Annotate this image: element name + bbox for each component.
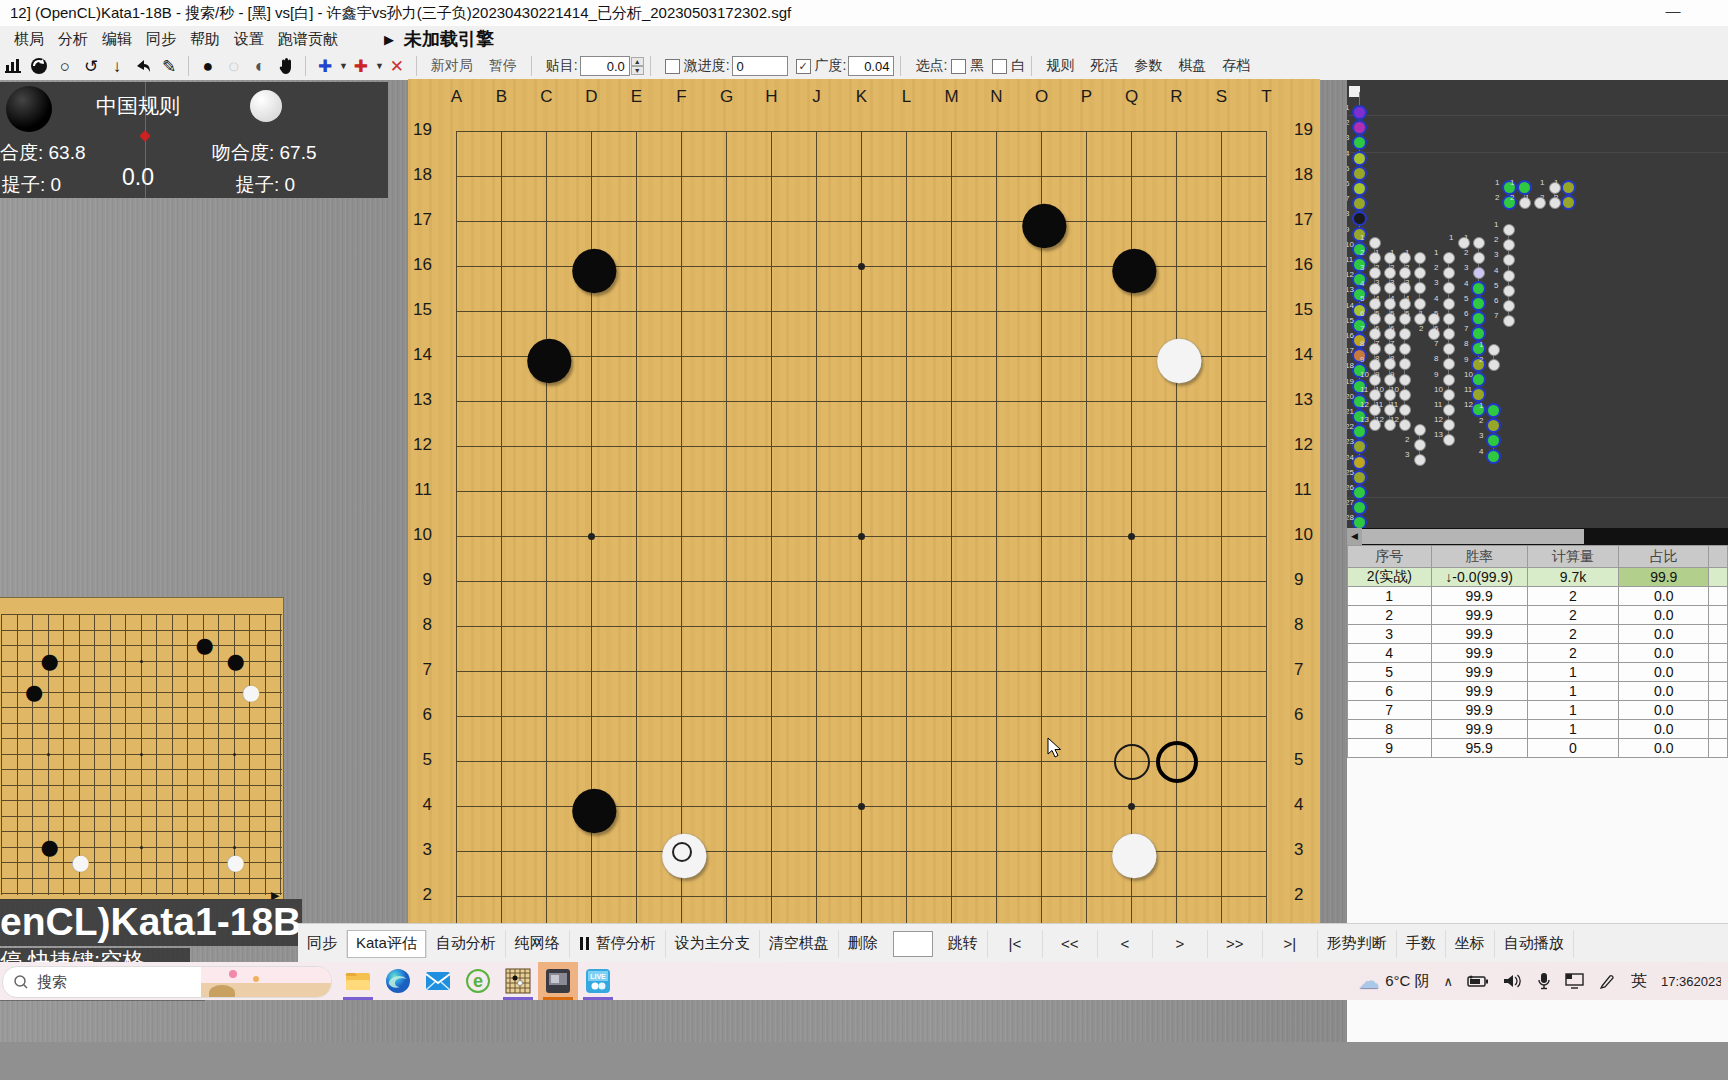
board-point[interactable] <box>839 244 884 289</box>
board-point[interactable] <box>524 289 569 334</box>
board-point[interactable] <box>72 793 88 809</box>
board-point[interactable] <box>974 694 1019 739</box>
board-point[interactable] <box>1064 379 1109 424</box>
board-point[interactable] <box>479 424 524 469</box>
board-point[interactable] <box>1199 469 1244 514</box>
board-point[interactable] <box>87 809 103 825</box>
aggressiveness-checkbox[interactable] <box>665 59 680 74</box>
board-point[interactable] <box>704 694 749 739</box>
tree-node[interactable] <box>1488 344 1500 356</box>
board-point[interactable] <box>659 379 704 424</box>
board-point[interactable] <box>1019 424 1064 469</box>
board-point[interactable] <box>273 716 284 732</box>
board-point[interactable] <box>1199 514 1244 559</box>
board-point[interactable] <box>134 778 150 794</box>
board-point[interactable] <box>242 716 258 732</box>
board-point[interactable] <box>41 731 57 747</box>
tree-node[interactable] <box>1488 420 1499 431</box>
board-point[interactable] <box>794 694 839 739</box>
board-point[interactable] <box>1244 784 1289 829</box>
battery-icon[interactable] <box>1467 975 1489 987</box>
board-point[interactable] <box>227 762 243 778</box>
table-header-cell[interactable]: 占比 <box>1619 546 1709 568</box>
board-point[interactable] <box>87 824 103 840</box>
board-point[interactable] <box>1199 559 1244 604</box>
board-point[interactable] <box>242 762 258 778</box>
board-point[interactable] <box>1244 514 1289 559</box>
board-point[interactable] <box>134 685 150 701</box>
taskbar-search[interactable]: 搜索 <box>2 966 332 998</box>
board-point[interactable] <box>242 793 258 809</box>
board-point[interactable] <box>929 694 974 739</box>
board-point[interactable] <box>1154 199 1199 244</box>
board-point[interactable] <box>258 840 274 856</box>
tree-node[interactable] <box>1473 298 1484 309</box>
board-point[interactable] <box>180 685 196 701</box>
board-point[interactable] <box>884 874 929 919</box>
clock[interactable]: 17:36 2023-05- <box>1661 974 1721 989</box>
forward-10-button[interactable]: >> <box>1208 930 1263 958</box>
board-point[interactable] <box>1154 379 1199 424</box>
board-point[interactable] <box>839 694 884 739</box>
board-point[interactable] <box>614 424 659 469</box>
board-point[interactable] <box>1244 829 1289 874</box>
capture-app-icon[interactable] <box>538 962 578 1000</box>
board-point[interactable] <box>165 731 181 747</box>
tree-node[interactable] <box>1443 313 1455 325</box>
board-point[interactable] <box>704 559 749 604</box>
board-point[interactable] <box>1154 559 1199 604</box>
board-point[interactable] <box>614 514 659 559</box>
board-point[interactable] <box>524 514 569 559</box>
set-main-branch-button[interactable]: 设为主分支 <box>666 930 760 958</box>
tray-expand-icon[interactable]: ∧ <box>1443 974 1453 989</box>
board-point[interactable] <box>25 840 41 856</box>
board-point[interactable] <box>211 793 227 809</box>
board-point[interactable] <box>196 747 212 763</box>
tree-node[interactable] <box>1503 239 1515 251</box>
table-header-cell[interactable] <box>1709 546 1728 568</box>
board-point[interactable] <box>196 669 212 685</box>
board-point[interactable] <box>884 334 929 379</box>
board-point[interactable] <box>434 514 479 559</box>
blue-cross-tool-icon[interactable]: ✚ <box>313 55 337 77</box>
tree-node[interactable] <box>1354 198 1365 209</box>
board-point[interactable] <box>1019 154 1064 199</box>
pencil-icon[interactable]: ✎ <box>157 55 181 77</box>
forward-button[interactable]: > <box>1153 930 1208 958</box>
board-point[interactable] <box>614 739 659 784</box>
board-point[interactable] <box>884 829 929 874</box>
board-point[interactable] <box>929 289 974 334</box>
board-point[interactable] <box>10 654 26 670</box>
board-point[interactable] <box>25 716 41 732</box>
board-point[interactable] <box>749 739 794 784</box>
board-point[interactable] <box>794 829 839 874</box>
board-point[interactable] <box>10 840 26 856</box>
tree-node[interactable] <box>1414 424 1426 436</box>
tree-node[interactable] <box>1354 213 1365 224</box>
board-point[interactable] <box>749 334 794 379</box>
board-point[interactable] <box>839 109 884 154</box>
board-point[interactable] <box>839 469 884 514</box>
tree-node[interactable] <box>1519 182 1530 193</box>
board-point[interactable] <box>749 469 794 514</box>
tree-node[interactable] <box>1399 404 1411 416</box>
tree-node[interactable] <box>1354 107 1365 118</box>
tree-node[interactable] <box>1399 389 1411 401</box>
board-point[interactable] <box>25 762 41 778</box>
delete-button[interactable]: 删除 <box>839 930 887 958</box>
board-point[interactable] <box>1019 244 1064 289</box>
board-point[interactable] <box>196 871 212 887</box>
board-point[interactable] <box>1109 379 1154 424</box>
board-point[interactable] <box>524 199 569 244</box>
board-point[interactable] <box>118 778 134 794</box>
board-point[interactable] <box>87 731 103 747</box>
board-point[interactable] <box>103 840 119 856</box>
board-point[interactable] <box>749 649 794 694</box>
board-point[interactable] <box>211 886 227 900</box>
board-point[interactable] <box>72 638 88 654</box>
board-point[interactable] <box>273 855 284 871</box>
board-point[interactable] <box>10 716 26 732</box>
board-point[interactable] <box>1154 109 1199 154</box>
board-point[interactable] <box>569 199 614 244</box>
board-point[interactable] <box>165 700 181 716</box>
board-point[interactable] <box>479 874 524 919</box>
board-point[interactable] <box>72 762 88 778</box>
board-point[interactable] <box>1154 874 1199 919</box>
board-point[interactable] <box>1019 694 1064 739</box>
board-point[interactable] <box>569 739 614 784</box>
menu-item-help[interactable]: 帮助 <box>190 30 220 49</box>
tree-node[interactable] <box>1443 358 1455 370</box>
board-point[interactable] <box>569 514 614 559</box>
play-icon[interactable]: ▶ <box>384 32 394 47</box>
board-point[interactable] <box>1244 334 1289 379</box>
board-point[interactable] <box>134 886 150 900</box>
board-point[interactable] <box>103 747 119 763</box>
board-point[interactable] <box>211 778 227 794</box>
board-point[interactable] <box>569 829 614 874</box>
board-point[interactable] <box>524 739 569 784</box>
board-point[interactable] <box>134 840 150 856</box>
board-point[interactable] <box>1154 829 1199 874</box>
board-point[interactable] <box>659 424 704 469</box>
board-point[interactable] <box>1109 424 1154 469</box>
undo-icon[interactable] <box>131 55 155 77</box>
board-point[interactable] <box>72 886 88 900</box>
board-point[interactable] <box>273 654 284 670</box>
board-point[interactable] <box>479 109 524 154</box>
board-point[interactable] <box>839 424 884 469</box>
board-point[interactable] <box>180 778 196 794</box>
board-point[interactable] <box>929 874 974 919</box>
board-point[interactable] <box>227 623 243 639</box>
red-cross-tool-icon[interactable]: ✚ <box>349 55 373 77</box>
board-point[interactable] <box>434 874 479 919</box>
board-point[interactable] <box>704 829 749 874</box>
board-point[interactable] <box>1154 514 1199 559</box>
board-point[interactable] <box>211 824 227 840</box>
board-point[interactable] <box>103 669 119 685</box>
board-point[interactable] <box>134 716 150 732</box>
board-point[interactable] <box>884 784 929 829</box>
board-point[interactable] <box>929 424 974 469</box>
board-point[interactable] <box>884 694 929 739</box>
board-point[interactable] <box>211 685 227 701</box>
board-point[interactable] <box>1244 604 1289 649</box>
board-point[interactable] <box>1154 694 1199 739</box>
board-point[interactable] <box>569 424 614 469</box>
board-point[interactable] <box>434 424 479 469</box>
board-point[interactable] <box>884 739 929 784</box>
tree-node[interactable] <box>1399 358 1411 370</box>
board-point[interactable] <box>479 514 524 559</box>
board-point[interactable] <box>1109 199 1154 244</box>
auto-play-button[interactable]: 自动播放 <box>1495 930 1574 958</box>
board-point[interactable] <box>614 334 659 379</box>
board-point[interactable] <box>1199 334 1244 379</box>
board-point[interactable] <box>1109 829 1154 874</box>
board-point[interactable] <box>165 793 181 809</box>
rotate-board-icon[interactable] <box>27 55 51 77</box>
board-point[interactable] <box>1199 604 1244 649</box>
board-point[interactable] <box>103 731 119 747</box>
tree-node[interactable] <box>1443 434 1455 446</box>
hand-tool-icon[interactable] <box>274 55 298 77</box>
edge-browser-icon[interactable] <box>378 962 418 1000</box>
tree-node[interactable] <box>1414 454 1426 466</box>
board-point[interactable] <box>258 809 274 825</box>
tree-node[interactable] <box>1354 122 1365 133</box>
table-header-cell[interactable]: 计算量 <box>1527 546 1618 568</box>
board-point[interactable] <box>134 747 150 763</box>
board-point[interactable] <box>704 199 749 244</box>
board-point[interactable] <box>273 793 284 809</box>
board-point[interactable] <box>41 793 57 809</box>
board-point[interactable] <box>180 623 196 639</box>
board-point[interactable] <box>227 747 243 763</box>
board-point[interactable] <box>149 762 165 778</box>
board-point[interactable] <box>884 154 929 199</box>
board-point[interactable] <box>1154 289 1199 334</box>
board-point[interactable] <box>569 109 614 154</box>
board-point[interactable] <box>434 739 479 784</box>
tree-node[interactable] <box>1443 389 1455 401</box>
board-point[interactable] <box>149 700 165 716</box>
board-point[interactable] <box>1019 514 1064 559</box>
board-point[interactable] <box>227 731 243 747</box>
board-point[interactable] <box>1064 289 1109 334</box>
board-point[interactable] <box>569 379 614 424</box>
board-point[interactable] <box>704 784 749 829</box>
board-point[interactable] <box>659 559 704 604</box>
board-point[interactable] <box>929 334 974 379</box>
board-point[interactable] <box>87 778 103 794</box>
menu-item-analysis[interactable]: 分析 <box>58 30 88 49</box>
board-point[interactable] <box>794 199 839 244</box>
board-point[interactable] <box>1154 784 1199 829</box>
board-point[interactable] <box>25 793 41 809</box>
board-point[interactable] <box>479 829 524 874</box>
board-point[interactable] <box>524 379 569 424</box>
board-point[interactable] <box>794 874 839 919</box>
board-point[interactable] <box>614 469 659 514</box>
board-point[interactable] <box>118 669 134 685</box>
board-point[interactable] <box>524 829 569 874</box>
board-point[interactable] <box>1244 289 1289 334</box>
board-point[interactable] <box>434 154 479 199</box>
board-point[interactable] <box>242 778 258 794</box>
jump-button[interactable]: 跳转 <box>939 930 988 958</box>
board-point[interactable] <box>72 607 88 623</box>
board-point[interactable] <box>273 871 284 887</box>
board-point[interactable] <box>165 855 181 871</box>
board-point[interactable] <box>974 784 1019 829</box>
board-point[interactable] <box>25 778 41 794</box>
board-point[interactable] <box>794 739 839 784</box>
board-point[interactable] <box>929 154 974 199</box>
board-point[interactable] <box>56 685 72 701</box>
board-point[interactable] <box>0 886 10 900</box>
board-point[interactable] <box>118 886 134 900</box>
board-point[interactable] <box>103 871 119 887</box>
board-point[interactable] <box>1019 874 1064 919</box>
board-point[interactable] <box>258 638 274 654</box>
board-point[interactable] <box>41 716 57 732</box>
board-point[interactable] <box>974 424 1019 469</box>
board-point[interactable] <box>0 824 10 840</box>
board-point[interactable] <box>118 809 134 825</box>
board-point[interactable] <box>134 824 150 840</box>
board-point[interactable] <box>1064 784 1109 829</box>
board-point[interactable] <box>434 829 479 874</box>
board-point[interactable] <box>1109 649 1154 694</box>
board-point[interactable] <box>180 886 196 900</box>
board-point[interactable] <box>839 199 884 244</box>
table-header-cell[interactable]: 胜率 <box>1431 546 1527 568</box>
life-death-button[interactable]: 死活 <box>1090 57 1118 75</box>
tree-node[interactable] <box>1473 328 1484 339</box>
board-point[interactable] <box>227 886 243 900</box>
board-point[interactable] <box>794 109 839 154</box>
board-point[interactable] <box>41 778 57 794</box>
board-point[interactable] <box>1064 244 1109 289</box>
board-point[interactable] <box>273 824 284 840</box>
board-point[interactable] <box>704 604 749 649</box>
board-point[interactable] <box>1019 559 1064 604</box>
board-point[interactable] <box>929 784 974 829</box>
tree-node[interactable] <box>1354 183 1365 194</box>
board-point[interactable] <box>1199 199 1244 244</box>
board-point[interactable] <box>56 793 72 809</box>
board-point[interactable] <box>929 649 974 694</box>
go-board-app-icon[interactable] <box>498 962 538 1000</box>
board-point[interactable] <box>1154 469 1199 514</box>
board-point[interactable] <box>180 669 196 685</box>
archive-button[interactable]: 存档 <box>1222 57 1250 75</box>
board-point[interactable] <box>974 604 1019 649</box>
breadth-checkbox[interactable]: ✓ <box>796 59 811 74</box>
board-point[interactable] <box>196 700 212 716</box>
board-point[interactable] <box>180 809 196 825</box>
board-point[interactable] <box>242 731 258 747</box>
delete-mark-icon[interactable]: ✕ <box>385 55 409 77</box>
board-point[interactable] <box>704 739 749 784</box>
board-point[interactable] <box>180 731 196 747</box>
tree-node[interactable] <box>1443 343 1455 355</box>
board-point[interactable] <box>41 871 57 887</box>
tree-node[interactable] <box>1354 457 1365 468</box>
board-point[interactable] <box>273 685 284 701</box>
board-point[interactable] <box>242 623 258 639</box>
tree-node[interactable] <box>1473 374 1484 385</box>
board-point[interactable] <box>10 623 26 639</box>
candidate-row[interactable]: 995.900.0 <box>1348 739 1728 758</box>
board-point[interactable] <box>569 469 614 514</box>
board-point[interactable] <box>1244 649 1289 694</box>
board-point[interactable] <box>180 793 196 809</box>
board-point[interactable] <box>149 886 165 900</box>
board-point[interactable] <box>258 607 274 623</box>
board-point[interactable] <box>211 731 227 747</box>
tree-node[interactable] <box>1354 426 1365 437</box>
menu-item-game[interactable]: 棋局 <box>14 30 44 49</box>
board-point[interactable] <box>41 607 57 623</box>
board-point[interactable] <box>118 793 134 809</box>
board-point[interactable] <box>524 469 569 514</box>
board-point[interactable] <box>87 623 103 639</box>
board-point[interactable] <box>134 855 150 871</box>
board-point[interactable] <box>180 824 196 840</box>
board-point[interactable] <box>258 855 274 871</box>
board-point[interactable] <box>974 334 1019 379</box>
board-point[interactable] <box>180 716 196 732</box>
board-point[interactable] <box>1199 244 1244 289</box>
breadth-input[interactable]: 0.04 <box>848 56 894 76</box>
board-button[interactable]: 棋盘 <box>1178 57 1206 75</box>
board-point[interactable] <box>103 623 119 639</box>
board-point[interactable] <box>72 623 88 639</box>
board-point[interactable] <box>0 700 10 716</box>
board-point[interactable] <box>103 716 119 732</box>
board-point[interactable] <box>273 623 284 639</box>
board-point[interactable] <box>196 824 212 840</box>
board-point[interactable] <box>258 623 274 639</box>
board-point[interactable] <box>118 700 134 716</box>
board-point[interactable] <box>479 199 524 244</box>
board-point[interactable] <box>118 731 134 747</box>
board-point[interactable] <box>434 289 479 334</box>
board-point[interactable] <box>10 871 26 887</box>
board-point[interactable] <box>974 109 1019 154</box>
board-point[interactable] <box>258 731 274 747</box>
board-point[interactable] <box>72 731 88 747</box>
board-point[interactable] <box>1199 649 1244 694</box>
back-button[interactable]: < <box>1098 930 1153 958</box>
board-point[interactable] <box>569 604 614 649</box>
board-point[interactable] <box>196 886 212 900</box>
board-point[interactable] <box>839 649 884 694</box>
board-point[interactable] <box>103 855 119 871</box>
board-point[interactable] <box>614 604 659 649</box>
board-point[interactable] <box>1199 424 1244 469</box>
board-point[interactable] <box>704 379 749 424</box>
tree-node[interactable] <box>1354 472 1365 483</box>
board-point[interactable] <box>1064 109 1109 154</box>
